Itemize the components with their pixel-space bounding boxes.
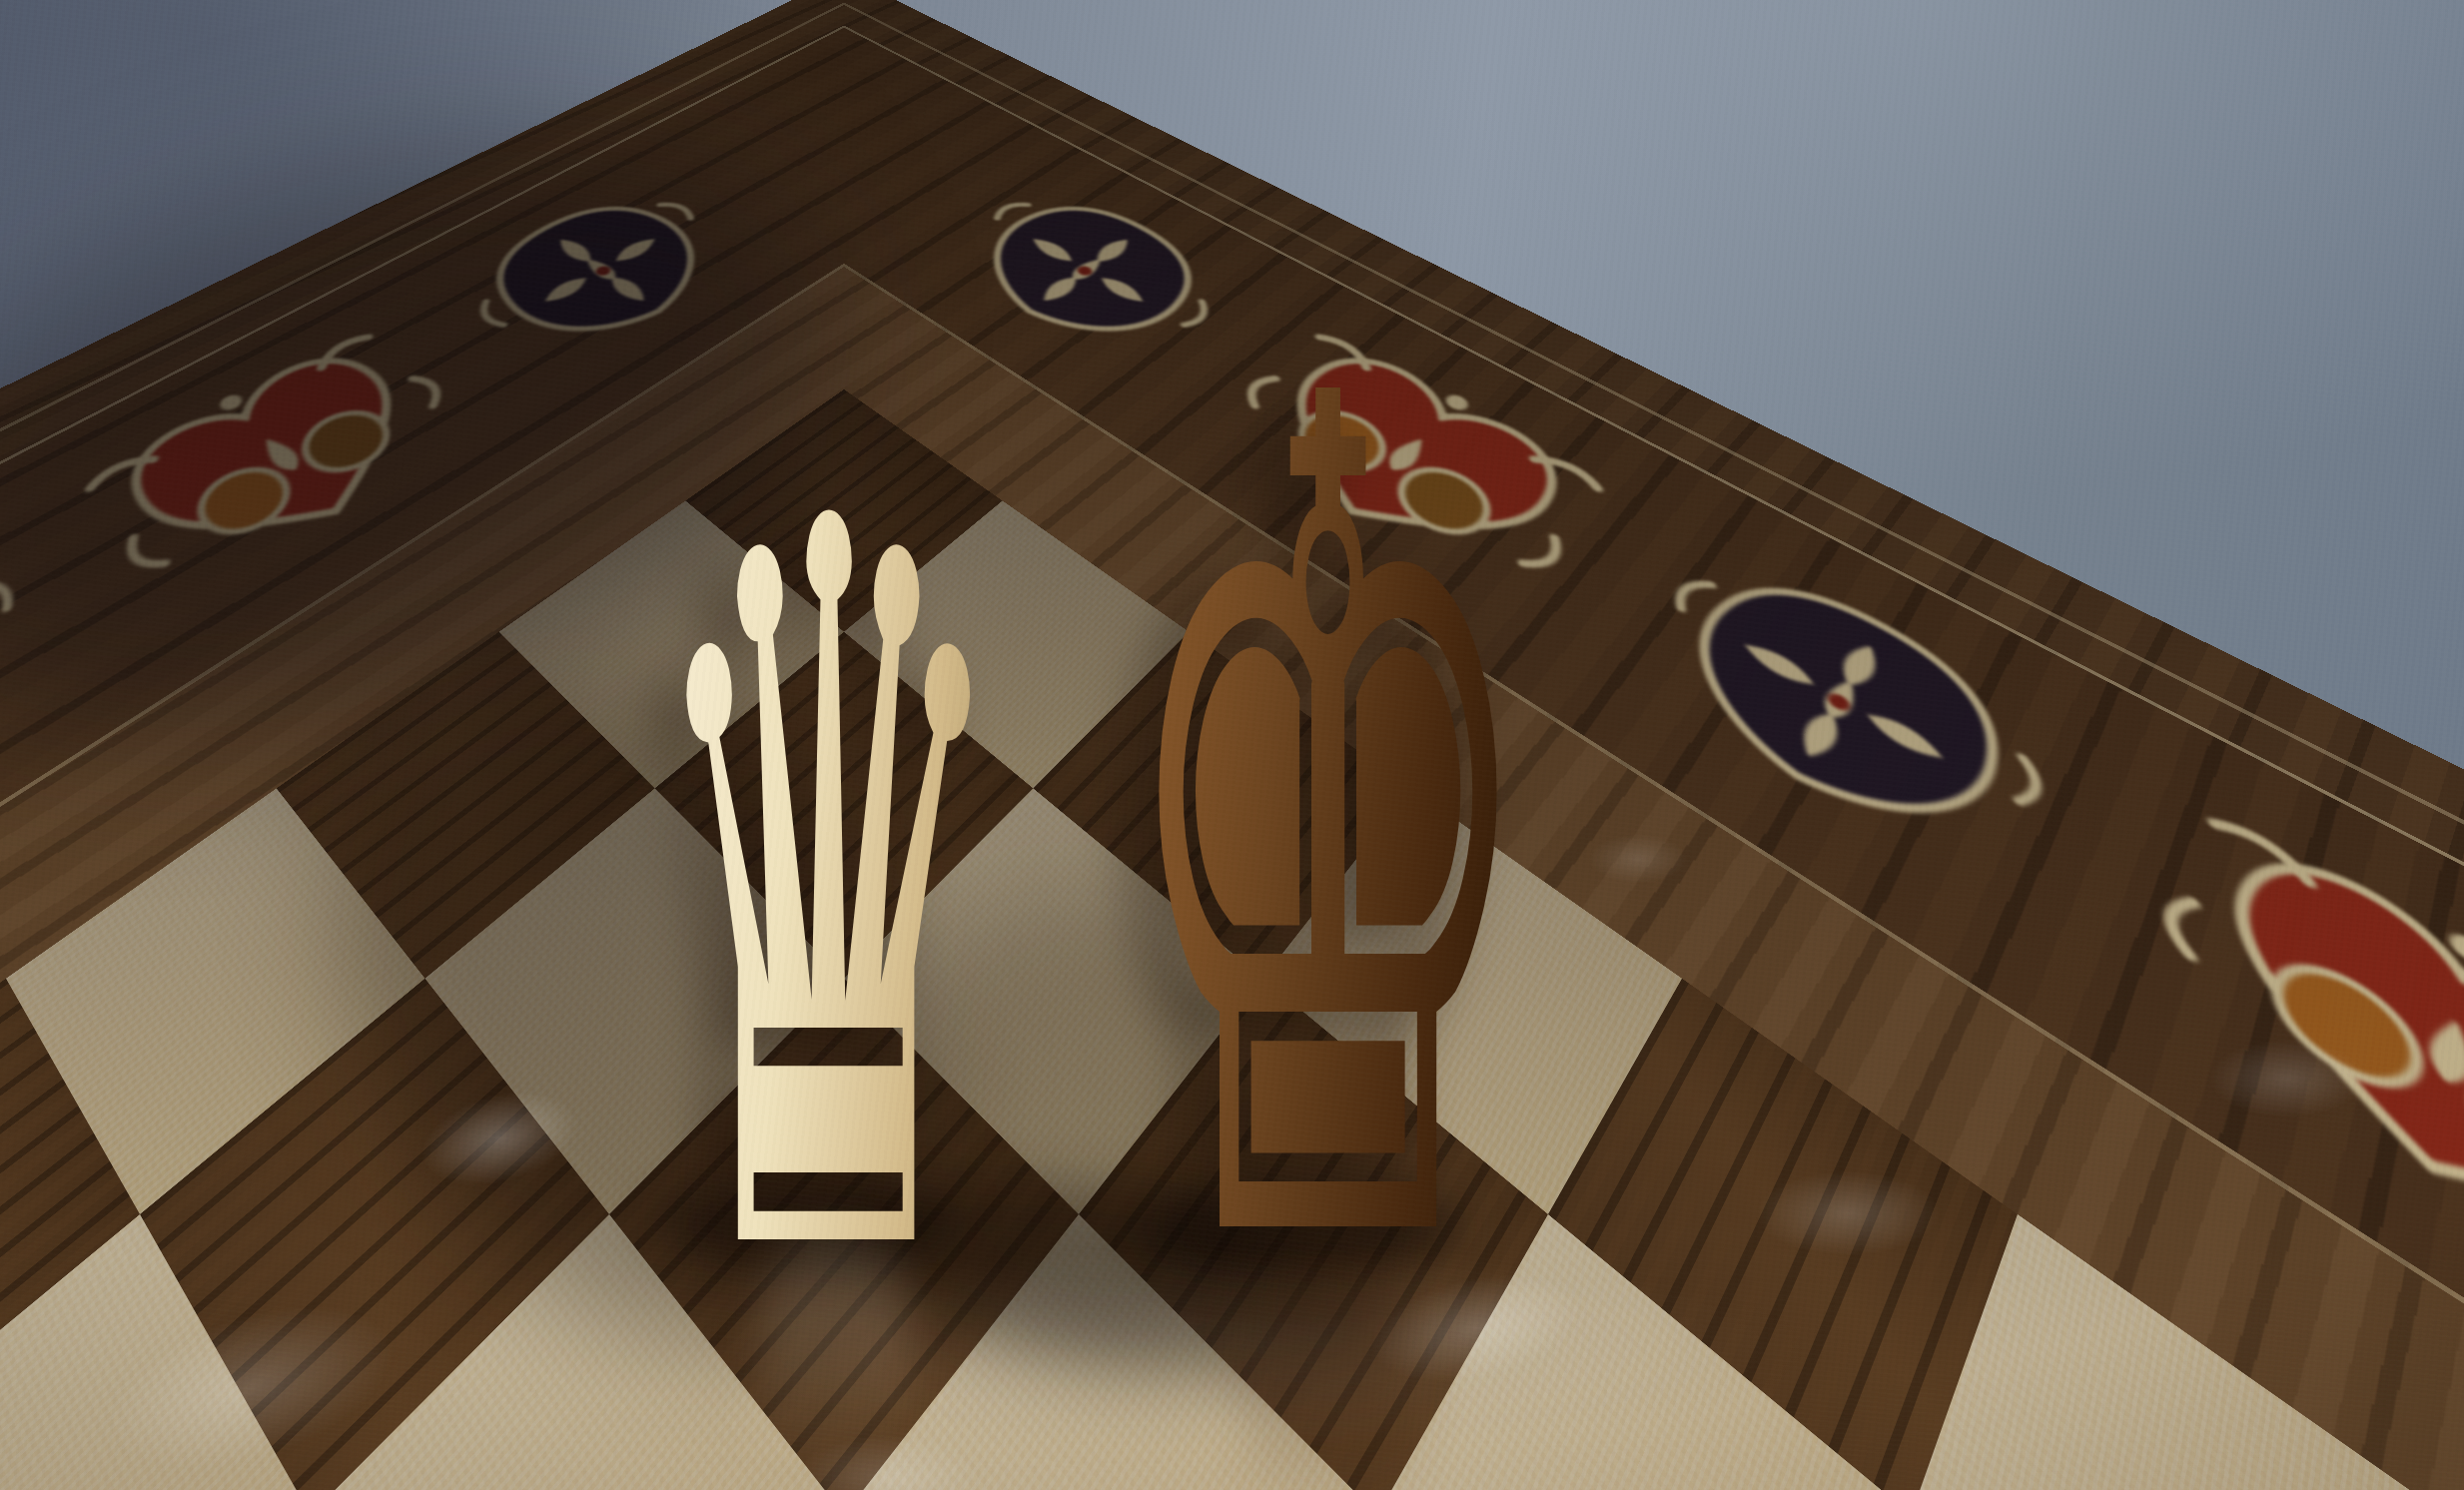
black-king-glyph: ♚ xyxy=(1111,255,1543,1403)
photo-stage: ♛ ♚ xyxy=(0,0,2464,1490)
white-queen-glyph: ♛ xyxy=(640,394,1017,1393)
black-king-piece[interactable]: ♚ xyxy=(978,365,1677,1403)
